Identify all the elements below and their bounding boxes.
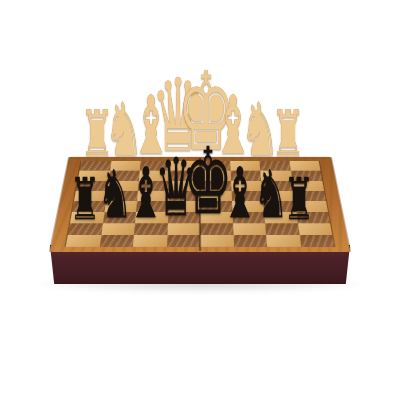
product-photo-scene: ♜♞♝♛♚♝♞♜♜♞♝♛♚♝♞♜	[0, 0, 400, 400]
black-rook: ♜	[69, 170, 100, 228]
pieces-layer: ♜♞♝♛♚♝♞♜♜♞♝♛♚♝♞♜	[0, 0, 400, 400]
black-rook: ♜	[283, 170, 314, 228]
